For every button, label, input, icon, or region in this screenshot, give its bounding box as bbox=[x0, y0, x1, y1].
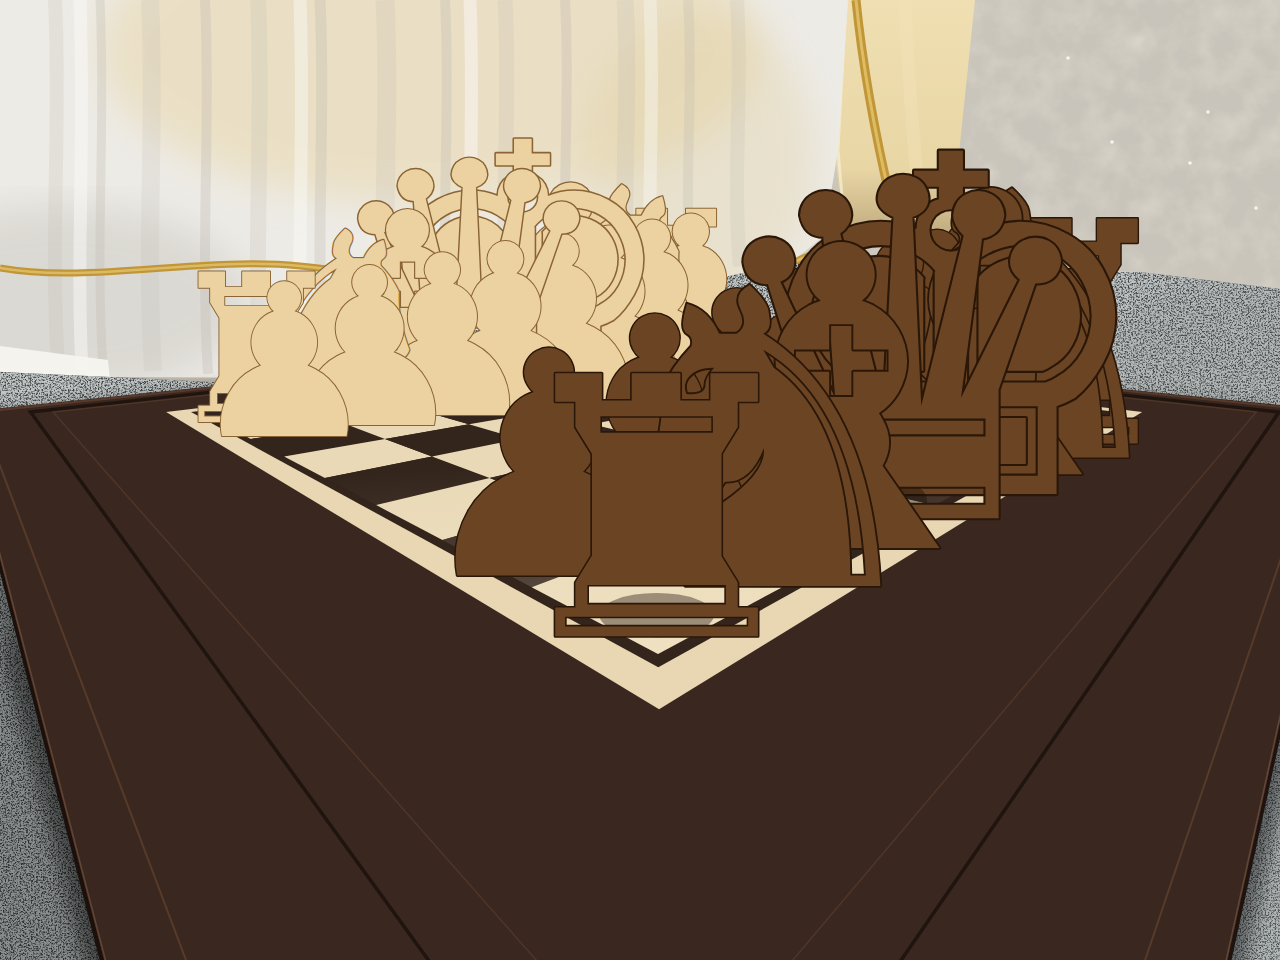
curtain-fold bbox=[100, 0, 103, 369]
piece-black-rook-a8: ♜ bbox=[495, 302, 818, 721]
plaster-glint bbox=[1254, 206, 1258, 210]
chess-photo-scene: ♜♟♞♟♝♟♚♟♛♟♝♟♟♞♜♟♟♜♟♟♞♟♝♟♚♟♛♟♝♟♞♜ bbox=[0, 0, 1280, 960]
curtain-fold bbox=[55, 0, 58, 366]
piece-white-pawn-a2: ♟ bbox=[190, 239, 380, 486]
plaster-glint bbox=[1206, 110, 1210, 114]
screenshot-root: ♜♟♞♟♝♟♚♟♛♟♝♟♟♞♜♟♟♜♟♟♞♟♝♟♚♟♛♟♝♟♞♜ bbox=[0, 0, 1280, 960]
curtain-fold bbox=[150, 0, 153, 371]
